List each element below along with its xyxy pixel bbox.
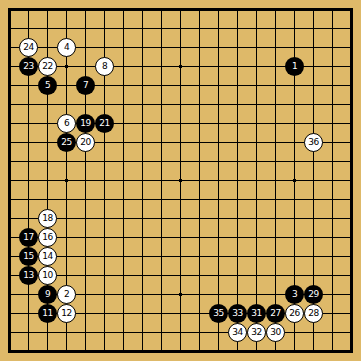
stone-white-14: 14 [38,247,57,266]
grid-line-vertical [218,8,219,353]
stone-black-19: 19 [76,114,95,133]
grid-line-vertical [350,8,353,353]
move-number: 23 [23,62,33,71]
stone-black-25: 25 [57,133,76,152]
grid-line-horizontal [8,218,353,219]
stone-white-36: 36 [304,133,323,152]
move-number: 4 [64,43,69,52]
stone-white-24: 24 [19,38,38,57]
stone-white-16: 16 [38,228,57,247]
move-number: 36 [308,138,318,147]
stone-black-29: 29 [304,285,323,304]
move-number: 32 [251,328,261,337]
move-number: 5 [45,81,50,90]
grid-line-vertical [237,8,238,353]
move-number: 1 [292,62,297,71]
move-number: 21 [99,119,109,128]
stone-white-20: 20 [76,133,95,152]
grid-line-vertical [199,8,200,353]
grid-line-vertical [275,8,276,353]
star-point [179,293,182,296]
grid-line-vertical [332,8,333,353]
stone-black-13: 13 [19,266,38,285]
move-number: 19 [80,119,90,128]
move-number: 2 [64,290,69,299]
move-number: 31 [251,309,261,318]
stone-black-17: 17 [19,228,38,247]
stone-white-8: 8 [95,57,114,76]
stone-black-31: 31 [247,304,266,323]
move-number: 28 [308,309,318,318]
grid-line-horizontal [8,275,353,276]
stone-black-33: 33 [228,304,247,323]
stone-white-30: 30 [266,323,285,342]
move-number: 3 [292,290,297,299]
star-point [179,179,182,182]
stone-white-6: 6 [57,114,76,133]
stone-black-21: 21 [95,114,114,133]
star-point [179,65,182,68]
move-number: 16 [42,233,52,242]
move-number: 22 [42,62,52,71]
move-number: 30 [270,328,280,337]
stone-white-10: 10 [38,266,57,285]
move-number: 12 [61,309,71,318]
stone-white-22: 22 [38,57,57,76]
move-number: 25 [61,138,71,147]
move-number: 33 [232,309,242,318]
grid-line-vertical [256,8,257,353]
stone-white-34: 34 [228,323,247,342]
stone-black-3: 3 [285,285,304,304]
stone-white-4: 4 [57,38,76,57]
grid-line-horizontal [8,237,353,238]
stone-black-27: 27 [266,304,285,323]
move-number: 24 [23,43,33,52]
move-number: 20 [80,138,90,147]
stone-black-11: 11 [38,304,57,323]
stone-black-9: 9 [38,285,57,304]
stone-white-32: 32 [247,323,266,342]
move-number: 34 [232,328,242,337]
stone-black-7: 7 [76,76,95,95]
stone-black-35: 35 [209,304,228,323]
star-point [65,65,68,68]
move-number: 26 [289,309,299,318]
move-number: 13 [23,271,33,280]
move-number: 18 [42,214,52,223]
stone-white-28: 28 [304,304,323,323]
star-point [293,179,296,182]
move-number: 10 [42,271,52,280]
grid-line-horizontal [8,199,353,200]
stone-black-15: 15 [19,247,38,266]
move-number: 17 [23,233,33,242]
stone-black-1: 1 [285,57,304,76]
move-number: 14 [42,252,52,261]
grid-line-horizontal [8,332,353,333]
stone-white-2: 2 [57,285,76,304]
stone-white-18: 18 [38,209,57,228]
move-number: 11 [42,309,52,318]
stone-white-12: 12 [57,304,76,323]
move-number: 29 [308,290,318,299]
move-number: 27 [270,309,280,318]
stone-white-26: 26 [285,304,304,323]
stone-black-5: 5 [38,76,57,95]
move-number: 15 [23,252,33,261]
stone-black-23: 23 [19,57,38,76]
star-point [65,179,68,182]
grid-line-horizontal [8,256,353,257]
grid-line-horizontal [8,350,353,353]
move-number: 6 [64,119,69,128]
move-number: 35 [213,309,223,318]
move-number: 8 [102,62,107,71]
move-number: 9 [45,290,50,299]
go-board: 1234567891011121314151617181920212223242… [0,0,361,361]
move-number: 7 [83,81,88,90]
